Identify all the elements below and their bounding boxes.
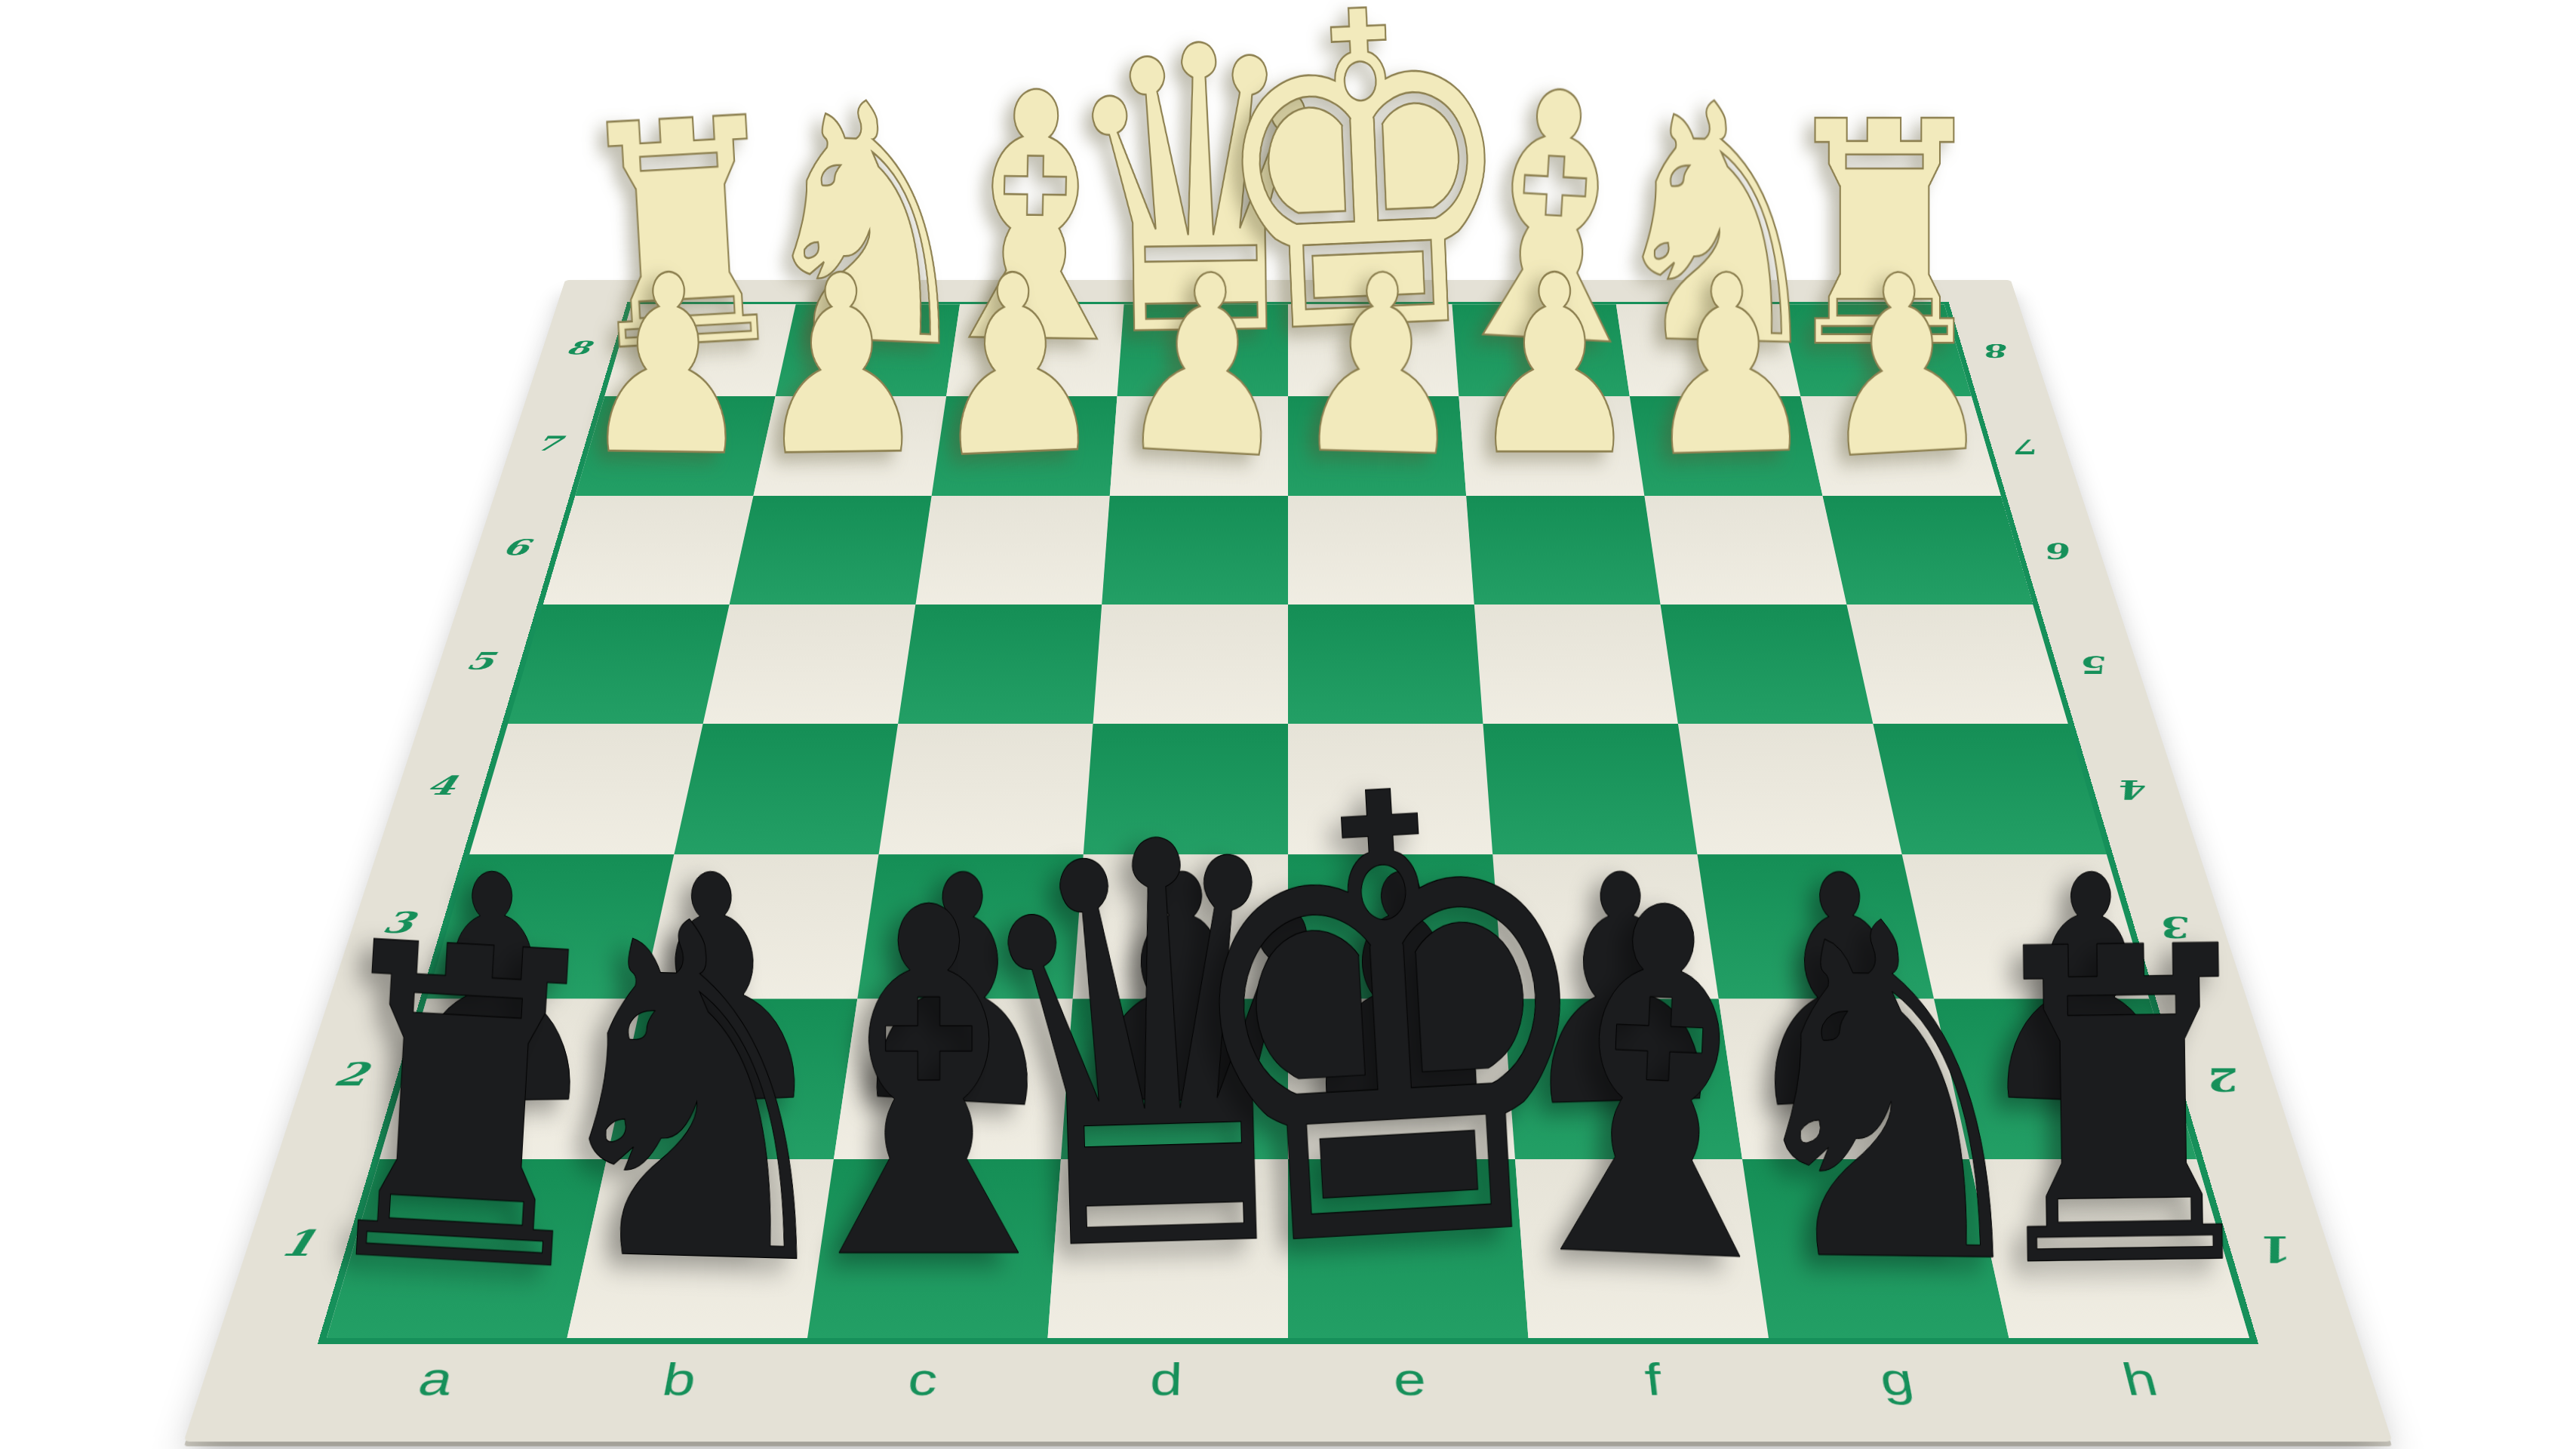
file-label-h: h (2012, 1352, 2278, 1435)
square-g1: ♞ (1742, 1159, 2009, 1338)
square-a3 (427, 854, 675, 998)
square-h6 (1823, 496, 2033, 605)
square-f6 (1466, 496, 1660, 605)
square-g7: ♟ (1630, 396, 1823, 496)
square-h2: ♟ (1934, 999, 2196, 1159)
file-label-b: b (546, 1352, 805, 1435)
square-d3 (1073, 854, 1288, 998)
square-b7: ♟ (753, 396, 946, 496)
square-f5 (1474, 605, 1678, 724)
square-d2: ♟ (1061, 999, 1288, 1159)
square-g6 (1644, 496, 1846, 605)
square-a1: ♜ (327, 1159, 607, 1338)
square-b6 (730, 496, 932, 605)
square-d6 (1102, 496, 1288, 605)
square-e8: ♚ (1288, 304, 1459, 396)
rank-label-left-6: 6 (472, 534, 558, 564)
file-label-c: c (793, 1352, 1047, 1435)
black-rook-h1: ♜ (1965, 891, 2281, 1328)
rank-label-right-4: 4 (2088, 770, 2184, 805)
square-e4 (1288, 724, 1492, 854)
rank-label-left-1: 1 (240, 1222, 354, 1270)
square-c1: ♝ (807, 1159, 1061, 1338)
vinyl-chess-mat: ♜♞♝♛♚♝♞♜♟♟♟♟♟♟♟♟♟♟♟♟♟♟♟♟♜♞♝♛♚♝♞♜ 8765432… (183, 280, 2392, 1441)
file-label-a: a (298, 1352, 564, 1435)
square-h7: ♟ (1800, 396, 2000, 496)
file-label-d: d (1041, 1352, 1288, 1435)
square-h5 (1846, 605, 2067, 724)
rank-label-right-7: 7 (1987, 432, 2070, 459)
square-g2: ♟ (1719, 999, 1969, 1159)
rank-label-right-8: 8 (1959, 337, 2037, 362)
square-a4 (469, 724, 703, 854)
square-a2: ♟ (380, 999, 642, 1159)
square-f4 (1483, 724, 1697, 854)
square-b4 (674, 724, 898, 854)
square-d1: ♛ (1048, 1159, 1288, 1338)
square-e2: ♟ (1288, 999, 1515, 1159)
square-d8: ♛ (1117, 304, 1288, 396)
square-h1: ♜ (1969, 1159, 2249, 1338)
file-label-g: g (1771, 1352, 2030, 1435)
square-c7: ♟ (932, 396, 1117, 496)
rank-label-right-5: 5 (2051, 647, 2141, 678)
square-b1: ♞ (567, 1159, 834, 1338)
square-f3 (1492, 854, 1718, 998)
rank-label-right-1: 1 (2222, 1222, 2336, 1270)
square-e7: ♟ (1288, 396, 1466, 496)
square-b2: ♟ (607, 999, 857, 1159)
square-d7: ♟ (1110, 396, 1288, 496)
square-b3 (642, 854, 879, 998)
rank-label-left-8: 8 (539, 337, 617, 362)
rank-label-left-7: 7 (506, 432, 589, 459)
file-label-f: f (1529, 1352, 1783, 1435)
square-a5 (508, 605, 729, 724)
square-f7: ♟ (1459, 396, 1644, 496)
square-e6 (1288, 496, 1474, 605)
square-b5 (703, 605, 916, 724)
file-label-e: e (1288, 1352, 1535, 1435)
square-c5 (898, 605, 1102, 724)
square-f2: ♟ (1503, 999, 1742, 1159)
square-g5 (1661, 605, 1874, 724)
chess-board-photo: ♜♞♝♛♚♝♞♜♟♟♟♟♟♟♟♟♟♟♟♟♟♟♟♟♜♞♝♛♚♝♞♜ 8765432… (0, 0, 2576, 1449)
square-d5 (1093, 605, 1288, 724)
square-h4 (1873, 724, 2107, 854)
square-h8: ♜ (1780, 304, 1971, 396)
square-g8: ♞ (1616, 304, 1800, 396)
square-g3 (1697, 854, 1934, 998)
square-a7: ♟ (575, 396, 775, 496)
square-c8: ♝ (946, 304, 1124, 396)
square-c2: ♟ (834, 999, 1073, 1159)
rank-label-left-3: 3 (347, 906, 448, 944)
square-e3 (1288, 854, 1503, 998)
square-c4 (879, 724, 1093, 854)
rank-label-right-2: 2 (2172, 1056, 2279, 1099)
square-a8: ♜ (604, 304, 795, 396)
square-f1: ♝ (1515, 1159, 1769, 1338)
square-h3 (1902, 854, 2150, 998)
rank-label-left-5: 5 (434, 647, 524, 678)
square-e1: ♚ (1288, 1159, 1528, 1338)
square-c6 (915, 496, 1109, 605)
rank-label-left-2: 2 (297, 1056, 404, 1099)
square-c3 (857, 854, 1083, 998)
square-f8: ♝ (1452, 304, 1629, 396)
chess-board-grid: ♜♞♝♛♚♝♞♜♟♟♟♟♟♟♟♟♟♟♟♟♟♟♟♟♜♞♝♛♚♝♞♜ (318, 302, 2258, 1344)
rank-label-right-3: 3 (2128, 906, 2229, 944)
square-a6 (543, 496, 754, 605)
square-g4 (1678, 724, 1902, 854)
rank-label-right-6: 6 (2018, 534, 2104, 564)
square-b8: ♞ (776, 304, 960, 396)
rank-label-left-4: 4 (392, 770, 488, 805)
square-e5 (1288, 605, 1483, 724)
square-d4 (1084, 724, 1288, 854)
